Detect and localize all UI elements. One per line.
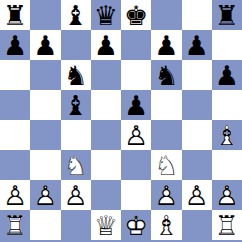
square-b6[interactable] [30,60,60,90]
piece-white-bishop-fill: ♝ [151,210,181,240]
piece-white-pawn-fill: ♟ [121,120,151,150]
square-c7[interactable] [61,30,91,60]
square-c5[interactable]: ♝ [61,90,91,120]
square-d7[interactable]: ♟ [91,30,121,60]
square-b4[interactable] [30,120,60,150]
piece-white-pawn-fill: ♟ [182,180,212,210]
square-b7[interactable]: ♟ [30,30,60,60]
square-a6[interactable] [0,60,30,90]
piece-white-pawn: ♙ [212,180,242,210]
square-h3[interactable] [212,150,242,180]
square-b5[interactable] [30,90,60,120]
piece-white-bishop-fill: ♝ [212,120,242,150]
square-h6[interactable]: ♟ [212,60,242,90]
piece-black-bishop: ♝ [61,90,91,120]
piece-black-pawn: ♟ [151,30,181,60]
square-b3[interactable] [30,150,60,180]
piece-white-king-fill: ♚ [121,210,151,240]
square-g4[interactable] [182,120,212,150]
piece-white-king: ♔ [121,210,151,240]
piece-black-pawn: ♟ [182,30,212,60]
piece-white-pawn-fill: ♟ [61,180,91,210]
piece-white-pawn: ♙ [121,120,151,150]
piece-white-knight-fill: ♞ [151,150,181,180]
square-g8[interactable] [182,0,212,30]
square-d5[interactable] [91,90,121,120]
piece-white-pawn: ♙ [151,180,181,210]
square-e7[interactable] [121,30,151,60]
square-f5[interactable] [151,90,181,120]
piece-black-king: ♚ [121,0,151,30]
square-d1[interactable]: ♛♕ [91,210,121,240]
piece-black-pawn: ♟ [30,30,60,60]
square-b1[interactable] [30,210,60,240]
piece-white-pawn-fill: ♟ [151,180,181,210]
piece-white-knight: ♘ [151,150,181,180]
square-d8[interactable]: ♛ [91,0,121,30]
square-e3[interactable] [121,150,151,180]
square-f1[interactable]: ♝♗ [151,210,181,240]
square-f4[interactable] [151,120,181,150]
piece-black-rook: ♜ [0,0,30,30]
square-h4[interactable]: ♝♗ [212,120,242,150]
piece-black-bishop: ♝ [61,0,91,30]
chess-board: ♜♝♛♚♜♟♟♟♟♟♞♞♟♝♟♟♙♝♗♞♘♞♘♟♙♟♙♟♙♟♙♟♙♟♙♜♖♛♕♚… [0,0,242,240]
square-a1[interactable]: ♜♖ [0,210,30,240]
chess-board-frame: ♜♝♛♚♜♟♟♟♟♟♞♞♟♝♟♟♙♝♗♞♘♞♘♟♙♟♙♟♙♟♙♟♙♟♙♜♖♛♕♚… [0,0,242,242]
piece-white-queen-fill: ♛ [91,210,121,240]
square-c4[interactable] [61,120,91,150]
square-g5[interactable] [182,90,212,120]
square-e5[interactable]: ♟ [121,90,151,120]
piece-white-bishop: ♗ [151,210,181,240]
piece-white-rook: ♖ [212,210,242,240]
square-a2[interactable]: ♟♙ [0,180,30,210]
square-c8[interactable]: ♝ [61,0,91,30]
piece-white-knight-fill: ♞ [61,150,91,180]
piece-white-knight: ♘ [61,150,91,180]
square-h1[interactable]: ♜♖ [212,210,242,240]
piece-black-pawn: ♟ [121,90,151,120]
piece-white-pawn: ♙ [0,180,30,210]
square-d6[interactable] [91,60,121,90]
square-g3[interactable] [182,150,212,180]
square-e6[interactable] [121,60,151,90]
square-g6[interactable] [182,60,212,90]
square-a3[interactable] [0,150,30,180]
square-d3[interactable] [91,150,121,180]
square-f7[interactable]: ♟ [151,30,181,60]
piece-black-pawn: ♟ [91,30,121,60]
square-g7[interactable]: ♟ [182,30,212,60]
square-e1[interactable]: ♚♔ [121,210,151,240]
square-a7[interactable]: ♟ [0,30,30,60]
square-g1[interactable] [182,210,212,240]
piece-white-pawn-fill: ♟ [30,180,60,210]
piece-white-bishop: ♗ [212,120,242,150]
piece-white-pawn: ♙ [61,180,91,210]
piece-white-pawn: ♙ [30,180,60,210]
piece-black-queen: ♛ [91,0,121,30]
square-f3[interactable]: ♞♘ [151,150,181,180]
square-d2[interactable] [91,180,121,210]
piece-black-rook: ♜ [212,0,242,30]
piece-white-pawn-fill: ♟ [212,180,242,210]
square-f6[interactable]: ♞ [151,60,181,90]
piece-black-knight: ♞ [151,60,181,90]
square-c3[interactable]: ♞♘ [61,150,91,180]
piece-black-knight: ♞ [61,60,91,90]
square-b8[interactable] [30,0,60,30]
piece-white-rook-fill: ♜ [0,210,30,240]
square-a4[interactable] [0,120,30,150]
square-c1[interactable] [61,210,91,240]
square-e4[interactable]: ♟♙ [121,120,151,150]
square-e2[interactable] [121,180,151,210]
piece-white-rook-fill: ♜ [212,210,242,240]
square-h5[interactable] [212,90,242,120]
square-d4[interactable] [91,120,121,150]
piece-white-pawn-fill: ♟ [0,180,30,210]
square-c6[interactable]: ♞ [61,60,91,90]
square-f8[interactable] [151,0,181,30]
piece-black-pawn: ♟ [212,60,242,90]
square-c2[interactable]: ♟♙ [61,180,91,210]
square-h7[interactable] [212,30,242,60]
square-a5[interactable] [0,90,30,120]
piece-white-queen: ♕ [91,210,121,240]
square-b2[interactable]: ♟♙ [30,180,60,210]
piece-white-pawn: ♙ [182,180,212,210]
square-h2[interactable]: ♟♙ [212,180,242,210]
square-f2[interactable]: ♟♙ [151,180,181,210]
square-h8[interactable]: ♜ [212,0,242,30]
square-g2[interactable]: ♟♙ [182,180,212,210]
piece-black-pawn: ♟ [0,30,30,60]
square-e8[interactable]: ♚ [121,0,151,30]
piece-white-rook: ♖ [0,210,30,240]
square-a8[interactable]: ♜ [0,0,30,30]
